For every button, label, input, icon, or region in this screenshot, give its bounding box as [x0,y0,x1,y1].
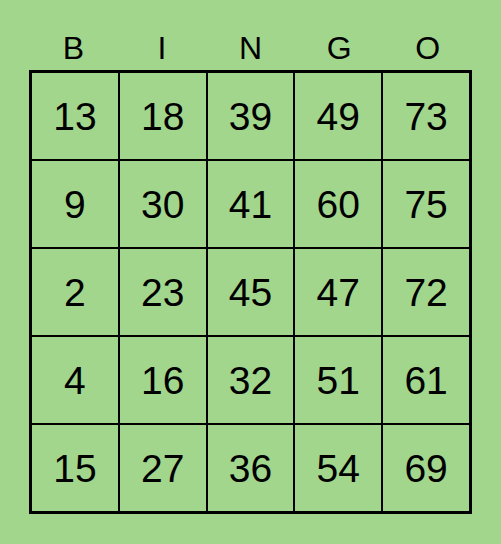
bingo-card: B I N G O 13 18 39 49 73 9 30 41 60 75 2… [0,0,501,544]
header-letter-b: B [29,26,118,70]
bingo-cell-r4c5[interactable]: 61 [383,337,469,423]
bingo-cell-r1c1[interactable]: 13 [32,73,118,159]
bingo-cell-r3c5[interactable]: 72 [383,249,469,335]
bingo-cell-r3c2[interactable]: 23 [120,249,206,335]
bingo-header: B I N G O [29,0,472,70]
bingo-cell-r4c3[interactable]: 32 [208,337,294,423]
bingo-grid: 13 18 39 49 73 9 30 41 60 75 2 23 45 47 … [29,70,472,514]
bingo-cell-r1c5[interactable]: 73 [383,73,469,159]
bingo-cell-r5c4[interactable]: 54 [295,425,381,511]
bingo-cell-r5c5[interactable]: 69 [383,425,469,511]
bingo-cell-r3c3[interactable]: 45 [208,249,294,335]
header-letter-o: O [383,26,472,70]
bingo-cell-r5c1[interactable]: 15 [32,425,118,511]
bingo-cell-r2c2[interactable]: 30 [120,161,206,247]
bingo-cell-r5c3[interactable]: 36 [208,425,294,511]
header-letter-g: G [295,26,384,70]
header-letter-i: I [118,26,207,70]
bingo-cell-r2c4[interactable]: 60 [295,161,381,247]
bingo-cell-r1c4[interactable]: 49 [295,73,381,159]
bingo-cell-r2c1[interactable]: 9 [32,161,118,247]
bingo-cell-r2c5[interactable]: 75 [383,161,469,247]
bingo-cell-r1c2[interactable]: 18 [120,73,206,159]
bingo-cell-r3c4[interactable]: 47 [295,249,381,335]
header-letter-n: N [206,26,295,70]
bingo-cell-r4c2[interactable]: 16 [120,337,206,423]
bingo-cell-r5c2[interactable]: 27 [120,425,206,511]
bingo-cell-r3c1[interactable]: 2 [32,249,118,335]
bingo-cell-r4c1[interactable]: 4 [32,337,118,423]
bingo-cell-r2c3[interactable]: 41 [208,161,294,247]
bingo-cell-r1c3[interactable]: 39 [208,73,294,159]
bingo-cell-r4c4[interactable]: 51 [295,337,381,423]
